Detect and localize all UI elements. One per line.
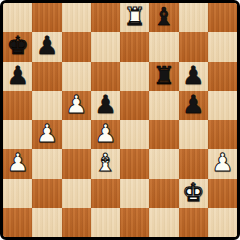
square-c1[interactable] — [62, 208, 91, 237]
square-g5[interactable]: ♟ — [179, 91, 208, 120]
square-e7[interactable] — [120, 32, 149, 61]
square-e2[interactable] — [120, 179, 149, 208]
square-c5[interactable]: ♟ — [62, 91, 91, 120]
piece-black-pawn: ♟ — [182, 63, 204, 88]
piece-black-pawn: ♟ — [6, 63, 28, 88]
piece-white-pawn: ♟ — [211, 150, 233, 175]
square-h7[interactable] — [208, 32, 237, 61]
piece-black-pawn: ♟ — [94, 92, 116, 117]
chess-board: ♜♝♚♟♟♜♟♟♟♟♟♟♟♝♟♚ — [0, 0, 240, 240]
piece-black-king: ♚ — [6, 33, 28, 58]
square-e1[interactable] — [120, 208, 149, 237]
square-f4[interactable] — [149, 120, 178, 149]
piece-white-pawn: ♟ — [6, 150, 28, 175]
square-e5[interactable] — [120, 91, 149, 120]
square-h4[interactable] — [208, 120, 237, 149]
square-d3[interactable]: ♝ — [91, 149, 120, 178]
square-f6[interactable]: ♜ — [149, 62, 178, 91]
piece-black-bishop: ♝ — [153, 4, 175, 29]
square-a2[interactable] — [3, 179, 32, 208]
square-e4[interactable] — [120, 120, 149, 149]
piece-white-pawn: ♟ — [65, 92, 87, 117]
square-f8[interactable]: ♝ — [149, 3, 178, 32]
square-h3[interactable]: ♟ — [208, 149, 237, 178]
square-a4[interactable] — [3, 120, 32, 149]
square-h1[interactable] — [208, 208, 237, 237]
square-g4[interactable] — [179, 120, 208, 149]
square-g3[interactable] — [179, 149, 208, 178]
square-b3[interactable] — [32, 149, 61, 178]
square-c6[interactable] — [62, 62, 91, 91]
piece-white-rook: ♜ — [123, 4, 145, 29]
square-b7[interactable]: ♟ — [32, 32, 61, 61]
square-h2[interactable] — [208, 179, 237, 208]
piece-black-rook: ♜ — [153, 63, 175, 88]
square-f5[interactable] — [149, 91, 178, 120]
square-b4[interactable]: ♟ — [32, 120, 61, 149]
piece-white-king: ♚ — [182, 180, 204, 205]
square-b5[interactable] — [32, 91, 61, 120]
square-g7[interactable] — [179, 32, 208, 61]
square-a6[interactable]: ♟ — [3, 62, 32, 91]
square-f7[interactable] — [149, 32, 178, 61]
square-d6[interactable] — [91, 62, 120, 91]
square-e8[interactable]: ♜ — [120, 3, 149, 32]
square-a8[interactable] — [3, 3, 32, 32]
square-d7[interactable] — [91, 32, 120, 61]
square-h8[interactable] — [208, 3, 237, 32]
square-e6[interactable] — [120, 62, 149, 91]
square-e3[interactable] — [120, 149, 149, 178]
square-f3[interactable] — [149, 149, 178, 178]
square-c7[interactable] — [62, 32, 91, 61]
chess-diagram: ♜♝♚♟♟♜♟♟♟♟♟♟♟♝♟♚ — [0, 0, 240, 240]
square-c3[interactable] — [62, 149, 91, 178]
square-g8[interactable] — [179, 3, 208, 32]
square-b2[interactable] — [32, 179, 61, 208]
square-a5[interactable] — [3, 91, 32, 120]
square-h5[interactable] — [208, 91, 237, 120]
piece-white-pawn: ♟ — [36, 121, 58, 146]
square-c2[interactable] — [62, 179, 91, 208]
square-a3[interactable]: ♟ — [3, 149, 32, 178]
square-d1[interactable] — [91, 208, 120, 237]
piece-white-bishop: ♝ — [94, 150, 116, 175]
square-f1[interactable] — [149, 208, 178, 237]
square-d5[interactable]: ♟ — [91, 91, 120, 120]
square-b6[interactable] — [32, 62, 61, 91]
square-d4[interactable]: ♟ — [91, 120, 120, 149]
square-h6[interactable] — [208, 62, 237, 91]
square-b8[interactable] — [32, 3, 61, 32]
square-d8[interactable] — [91, 3, 120, 32]
piece-white-pawn: ♟ — [94, 121, 116, 146]
square-d2[interactable] — [91, 179, 120, 208]
square-g6[interactable]: ♟ — [179, 62, 208, 91]
square-a1[interactable] — [3, 208, 32, 237]
square-g2[interactable]: ♚ — [179, 179, 208, 208]
piece-black-pawn: ♟ — [182, 92, 204, 117]
square-a7[interactable]: ♚ — [3, 32, 32, 61]
square-c4[interactable] — [62, 120, 91, 149]
square-f2[interactable] — [149, 179, 178, 208]
square-c8[interactable] — [62, 3, 91, 32]
square-g1[interactable] — [179, 208, 208, 237]
square-b1[interactable] — [32, 208, 61, 237]
piece-black-pawn: ♟ — [36, 33, 58, 58]
